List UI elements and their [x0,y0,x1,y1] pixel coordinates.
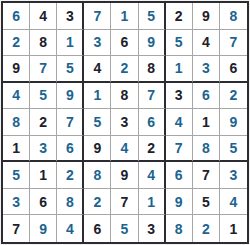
sudoku-cell-r7c8[interactable]: 7 [193,162,220,189]
sudoku-cell-r8c1[interactable]: 3 [3,189,30,216]
sudoku-cell-r1c3[interactable]: 3 [57,3,84,30]
sudoku-cell-r3c9[interactable]: 6 [220,56,247,83]
sudoku-cell-r4c4[interactable]: 1 [84,83,111,110]
sudoku-cell-r6c6[interactable]: 2 [139,136,166,163]
sudoku-cell-r9c9[interactable]: 1 [220,215,247,242]
sudoku-cell-r4c5[interactable]: 8 [111,83,138,110]
sudoku-cell-r9c6[interactable]: 3 [139,215,166,242]
sudoku-cell-r5c1[interactable]: 8 [3,109,30,136]
sudoku-cell-r3c6[interactable]: 8 [139,56,166,83]
sudoku-cell-r4c1[interactable]: 4 [3,83,30,110]
sudoku-cell-r9c7[interactable]: 8 [166,215,193,242]
sudoku-cell-r1c5[interactable]: 1 [111,3,138,30]
sudoku-cell-r7c1[interactable]: 5 [3,162,30,189]
sudoku-cell-r6c8[interactable]: 8 [193,136,220,163]
sudoku-cell-r7c3[interactable]: 2 [57,162,84,189]
sudoku-cell-r8c8[interactable]: 5 [193,189,220,216]
sudoku-cell-r7c6[interactable]: 4 [139,162,166,189]
sudoku-cell-r5c8[interactable]: 1 [193,109,220,136]
sudoku-cell-r1c4[interactable]: 7 [84,3,111,30]
sudoku-cell-r9c5[interactable]: 5 [111,215,138,242]
sudoku-cell-r3c7[interactable]: 1 [166,56,193,83]
sudoku-cell-r7c2[interactable]: 1 [30,162,57,189]
sudoku-cell-r6c5[interactable]: 4 [111,136,138,163]
sudoku-cell-r6c4[interactable]: 9 [84,136,111,163]
sudoku-cell-r2c8[interactable]: 4 [193,30,220,57]
sudoku-cell-r1c1[interactable]: 6 [3,3,30,30]
sudoku-cell-r2c5[interactable]: 6 [111,30,138,57]
sudoku-cell-r7c9[interactable]: 3 [220,162,247,189]
sudoku-cell-r9c1[interactable]: 7 [3,215,30,242]
sudoku-cell-r7c4[interactable]: 8 [84,162,111,189]
sudoku-cell-r5c2[interactable]: 2 [30,109,57,136]
sudoku-cell-r7c5[interactable]: 9 [111,162,138,189]
sudoku-cell-r8c7[interactable]: 9 [166,189,193,216]
sudoku-cell-r3c3[interactable]: 5 [57,56,84,83]
sudoku-cell-r8c2[interactable]: 6 [30,189,57,216]
sudoku-cell-r6c7[interactable]: 7 [166,136,193,163]
sudoku-cell-r6c1[interactable]: 1 [3,136,30,163]
sudoku-cell-r6c3[interactable]: 6 [57,136,84,163]
sudoku-cell-r8c5[interactable]: 7 [111,189,138,216]
sudoku-cell-r8c6[interactable]: 1 [139,189,166,216]
sudoku-cell-r5c3[interactable]: 7 [57,109,84,136]
sudoku-cell-r8c4[interactable]: 2 [84,189,111,216]
sudoku-cell-r4c2[interactable]: 5 [30,83,57,110]
sudoku-cell-r4c7[interactable]: 3 [166,83,193,110]
sudoku-cell-r8c9[interactable]: 4 [220,189,247,216]
sudoku-cell-r6c9[interactable]: 5 [220,136,247,163]
sudoku-cell-r2c3[interactable]: 1 [57,30,84,57]
sudoku-cell-r5c7[interactable]: 4 [166,109,193,136]
sudoku-cell-r2c9[interactable]: 7 [220,30,247,57]
sudoku-page: 6437152982813695479754281364591873628275… [0,0,250,245]
sudoku-cell-r2c4[interactable]: 3 [84,30,111,57]
sudoku-cell-r4c6[interactable]: 7 [139,83,166,110]
sudoku-cell-r3c4[interactable]: 4 [84,56,111,83]
sudoku-cell-r1c6[interactable]: 5 [139,3,166,30]
sudoku-cell-r2c2[interactable]: 8 [30,30,57,57]
sudoku-cell-r9c3[interactable]: 4 [57,215,84,242]
sudoku-cell-r7c7[interactable]: 6 [166,162,193,189]
sudoku-cell-r3c1[interactable]: 9 [3,56,30,83]
sudoku-cell-r4c9[interactable]: 2 [220,83,247,110]
sudoku-board: 6437152982813695479754281364591873628275… [1,1,249,244]
sudoku-cell-r5c6[interactable]: 6 [139,109,166,136]
sudoku-cell-r9c8[interactable]: 2 [193,215,220,242]
sudoku-cell-r4c3[interactable]: 9 [57,83,84,110]
sudoku-cell-r1c8[interactable]: 9 [193,3,220,30]
sudoku-cell-r8c3[interactable]: 8 [57,189,84,216]
sudoku-cell-r1c7[interactable]: 2 [166,3,193,30]
sudoku-cell-r3c2[interactable]: 7 [30,56,57,83]
sudoku-cell-r5c5[interactable]: 3 [111,109,138,136]
sudoku-cell-r9c2[interactable]: 9 [30,215,57,242]
sudoku-cell-r2c1[interactable]: 2 [3,30,30,57]
sudoku-cell-r5c9[interactable]: 9 [220,109,247,136]
sudoku-cell-r9c4[interactable]: 6 [84,215,111,242]
sudoku-cell-r6c2[interactable]: 3 [30,136,57,163]
sudoku-cell-r2c7[interactable]: 5 [166,30,193,57]
sudoku-cell-r4c8[interactable]: 6 [193,83,220,110]
sudoku-cell-r1c9[interactable]: 8 [220,3,247,30]
sudoku-cell-r2c6[interactable]: 9 [139,30,166,57]
sudoku-cell-r1c2[interactable]: 4 [30,3,57,30]
sudoku-cell-r3c8[interactable]: 3 [193,56,220,83]
sudoku-cell-r3c5[interactable]: 2 [111,56,138,83]
sudoku-cell-r5c4[interactable]: 5 [84,109,111,136]
